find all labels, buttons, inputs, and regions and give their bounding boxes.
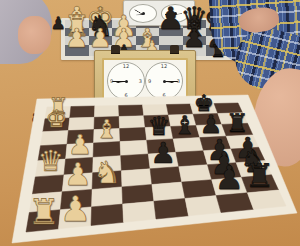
fg-square-r5c5	[148, 152, 179, 169]
fg-square-r7c5	[152, 182, 185, 201]
fg-square-r5c3	[93, 156, 122, 173]
fg-square-r5c4	[121, 154, 150, 171]
fg-square-r1c5	[143, 105, 169, 116]
fg-square-r5c6	[176, 151, 208, 167]
fg-square-r1c8	[214, 103, 242, 114]
fg-square-r4c3	[93, 142, 121, 158]
fg-square-r4c1	[38, 144, 67, 161]
foreground-chess-board	[0, 0, 300, 246]
fg-square-r7c7	[212, 177, 248, 195]
fg-square-r2c1	[43, 118, 70, 132]
fg-square-r4c2	[66, 143, 94, 159]
fg-square-r8c4	[123, 201, 156, 222]
fg-square-r6c6	[179, 165, 212, 182]
fg-square-r7c1	[29, 192, 62, 213]
fg-square-r2c3	[94, 117, 120, 130]
fg-square-r1c4	[119, 105, 144, 117]
fg-square-r2c2	[68, 117, 94, 130]
fg-square-r6c5	[150, 167, 182, 185]
fg-square-r7c4	[122, 185, 154, 205]
fg-square-r4c4	[120, 140, 148, 155]
fg-square-r8c3	[91, 204, 124, 225]
fg-square-r6c3	[92, 171, 122, 190]
fg-square-r8c7	[216, 193, 253, 213]
fg-square-r6c4	[121, 169, 151, 187]
fg-square-r1c2	[70, 106, 95, 118]
fg-square-r2c4	[119, 116, 145, 129]
fg-square-r7c2	[60, 189, 92, 209]
fg-square-r5c7	[204, 149, 237, 165]
fg-square-r6c8	[236, 161, 271, 178]
fg-square-r4c6	[173, 138, 203, 153]
fg-square-r1c1	[45, 107, 71, 119]
fg-square-r1c6	[166, 104, 193, 115]
fg-square-r4c7	[200, 136, 231, 151]
fg-square-r2c6	[169, 114, 197, 126]
fg-square-r3c1	[41, 131, 69, 146]
fg-square-r6c7	[208, 163, 242, 180]
fg-square-r1c7	[190, 104, 218, 115]
fg-square-r8c5	[154, 198, 189, 219]
fg-square-r3c5	[145, 127, 173, 141]
fg-square-r6c1	[32, 175, 64, 194]
fg-square-r7c3	[92, 187, 123, 207]
fg-square-r3c6	[171, 125, 200, 138]
fg-square-r4c8	[226, 135, 258, 149]
chess-tournament-photo: ♝♚♟♛♚♜♞♟♝♞♜♟♟♟♝♟♟♟♟♜♟♟♝♟ 12369 12369 ♜♚♚…	[0, 0, 300, 246]
fg-square-r3c8	[222, 123, 253, 136]
fg-square-r3c4	[120, 128, 147, 142]
fg-square-r5c2	[64, 157, 93, 175]
fg-square-r3c3	[94, 129, 121, 143]
fg-square-r8c6	[185, 196, 221, 216]
fg-square-r8c1	[26, 210, 60, 232]
fg-square-r6c2	[62, 173, 92, 192]
fg-square-r8c2	[59, 207, 92, 229]
fg-square-r2c8	[218, 113, 248, 125]
fg-square-r4c5	[147, 139, 176, 154]
fg-square-r7c8	[242, 175, 279, 193]
fg-square-r1c3	[94, 106, 119, 118]
fg-square-r3c7	[196, 124, 226, 137]
fg-square-r5c8	[231, 147, 265, 162]
fg-square-r7c6	[182, 180, 216, 199]
fg-square-r2c5	[144, 115, 171, 128]
fg-square-r2c7	[193, 114, 222, 126]
fg-square-r5c1	[35, 159, 65, 177]
fg-square-r3c2	[67, 130, 94, 145]
